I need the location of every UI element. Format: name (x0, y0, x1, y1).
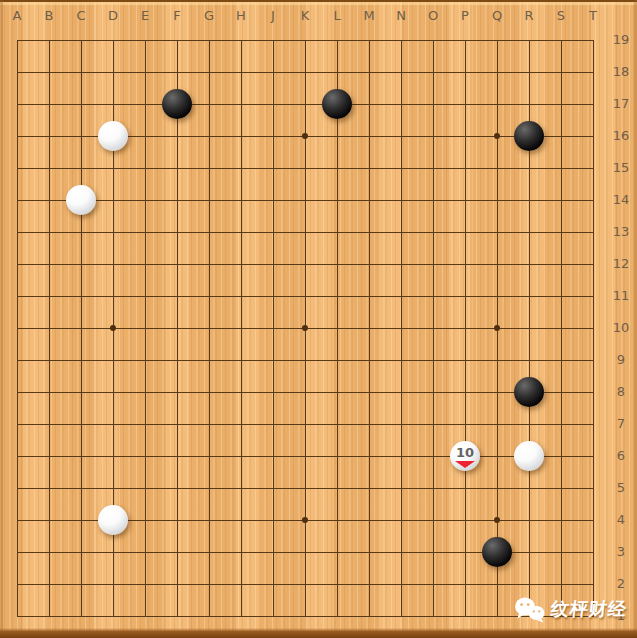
column-label: O (417, 8, 449, 24)
star-point (494, 133, 500, 139)
column-label: B (33, 8, 65, 24)
black-stone[interactable] (514, 121, 544, 151)
column-label: S (545, 8, 577, 24)
row-label: 6 (606, 448, 636, 464)
row-label: 15 (606, 160, 636, 176)
watermark-text: 纹枰财经 (550, 597, 629, 621)
row-label: 7 (606, 416, 636, 432)
grid-line-horizontal (17, 424, 594, 425)
column-label: J (257, 8, 289, 24)
white-stone[interactable]: 10 (450, 441, 480, 471)
column-label: A (1, 8, 33, 24)
column-label: M (353, 8, 385, 24)
grid-line-horizontal (17, 488, 594, 489)
star-point (302, 517, 308, 523)
row-label: 10 (606, 320, 636, 336)
column-label: G (193, 8, 225, 24)
board-edge-top (0, 0, 637, 2)
row-label: 9 (606, 352, 636, 368)
grid-line-horizontal (17, 456, 594, 457)
go-board[interactable]: ABCDEFGHJKLMNOPQRST 19181716151413121110… (0, 0, 637, 638)
star-point (110, 325, 116, 331)
row-label: 16 (606, 128, 636, 144)
grid-line-vertical (465, 40, 466, 617)
row-label: 12 (606, 256, 636, 272)
watermark: 纹枰财经 (514, 592, 627, 626)
row-label: 11 (606, 288, 636, 304)
star-point (302, 133, 308, 139)
column-label: R (513, 8, 545, 24)
grid-line-horizontal (17, 616, 594, 617)
wechat-icon (514, 596, 546, 623)
grid-line-vertical (433, 40, 434, 617)
column-label: E (129, 8, 161, 24)
star-point (302, 325, 308, 331)
board-edge-left (0, 0, 3, 638)
row-label: 18 (606, 64, 636, 80)
black-stone[interactable] (482, 537, 512, 567)
column-label: Q (481, 8, 513, 24)
black-stone[interactable] (162, 89, 192, 119)
column-label: K (289, 8, 321, 24)
grid-line-vertical (337, 40, 338, 617)
column-label: P (449, 8, 481, 24)
row-label: 17 (606, 96, 636, 112)
column-label: H (225, 8, 257, 24)
last-move-marker (455, 461, 475, 468)
row-label: 19 (606, 32, 636, 48)
row-label: 14 (606, 192, 636, 208)
row-label: 8 (606, 384, 636, 400)
row-label: 13 (606, 224, 636, 240)
grid-line-vertical (593, 40, 594, 617)
column-label: T (577, 8, 609, 24)
star-point (494, 517, 500, 523)
star-point (494, 325, 500, 331)
column-label: C (65, 8, 97, 24)
grid-line-vertical (369, 40, 370, 617)
grid-line-horizontal (17, 392, 594, 393)
white-stone[interactable] (66, 185, 96, 215)
white-stone[interactable] (98, 121, 128, 151)
white-stone[interactable] (514, 441, 544, 471)
column-label: N (385, 8, 417, 24)
column-label: F (161, 8, 193, 24)
black-stone[interactable] (322, 89, 352, 119)
grid-line-horizontal (17, 584, 594, 585)
grid-line-vertical (561, 40, 562, 617)
row-label: 5 (606, 480, 636, 496)
board-edge-bottom (0, 628, 637, 638)
column-label: L (321, 8, 353, 24)
row-label: 2 (606, 576, 636, 592)
column-label: D (97, 8, 129, 24)
grid-line-horizontal (17, 360, 594, 361)
row-label: 4 (606, 512, 636, 528)
row-label: 3 (606, 544, 636, 560)
black-stone[interactable] (514, 377, 544, 407)
white-stone[interactable] (98, 505, 128, 535)
board-edge-top-highlight (0, 2, 637, 5)
grid-line-vertical (401, 40, 402, 617)
move-number-label: 10 (450, 445, 480, 460)
